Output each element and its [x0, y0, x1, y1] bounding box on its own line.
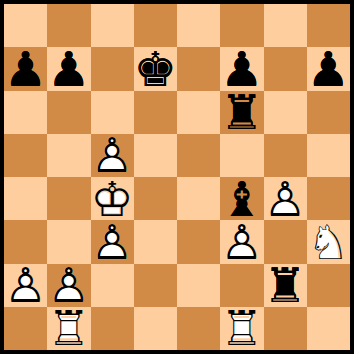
black-pawn-fill-glyph: ♟: [47, 47, 90, 90]
board-frame: ♟♟♟♟♚♚♟♟♟♟♜♜♟♙♚♔♝♝♟♙♟♙♟♙♞♘♟♙♟♙♜♜♜♖♜♖: [0, 0, 354, 354]
square-g3[interactable]: [264, 220, 307, 263]
black-king-fill-glyph: ♚: [134, 47, 177, 90]
white-pawn-outline-glyph: ♙: [91, 220, 134, 263]
square-h3[interactable]: ♞♘: [307, 220, 350, 263]
black-rook-fill-glyph: ♜: [220, 91, 263, 134]
square-h4[interactable]: [307, 177, 350, 220]
square-f8[interactable]: [220, 4, 263, 47]
square-g5[interactable]: [264, 134, 307, 177]
square-a3[interactable]: [4, 220, 47, 263]
square-e4[interactable]: [177, 177, 220, 220]
square-a6[interactable]: [4, 91, 47, 134]
square-c4[interactable]: ♚♔: [91, 177, 134, 220]
black-bishop-outline-glyph: ♝: [220, 177, 263, 220]
square-f4[interactable]: ♝♝: [220, 177, 263, 220]
white-king-outline-glyph: ♔: [91, 177, 134, 220]
white-pawn[interactable]: ♟♙: [91, 134, 134, 177]
square-b3[interactable]: [47, 220, 90, 263]
square-e6[interactable]: [177, 91, 220, 134]
black-rook-outline-glyph: ♜: [220, 91, 263, 134]
black-pawn[interactable]: ♟♟: [4, 47, 47, 90]
square-h8[interactable]: [307, 4, 350, 47]
white-pawn[interactable]: ♟♙: [264, 177, 307, 220]
black-pawn-fill-glyph: ♟: [220, 47, 263, 90]
square-d6[interactable]: [134, 91, 177, 134]
black-pawn-fill-glyph: ♟: [4, 47, 47, 90]
square-a2[interactable]: ♟♙: [4, 264, 47, 307]
black-pawn[interactable]: ♟♟: [220, 47, 263, 90]
white-pawn-fill-glyph: ♟: [91, 134, 134, 177]
square-e3[interactable]: [177, 220, 220, 263]
white-pawn[interactable]: ♟♙: [47, 264, 90, 307]
square-g1[interactable]: [264, 307, 307, 350]
white-pawn-fill-glyph: ♟: [47, 264, 90, 307]
black-king[interactable]: ♚♚: [134, 47, 177, 90]
black-rook-outline-glyph: ♜: [264, 264, 307, 307]
square-c5[interactable]: ♟♙: [91, 134, 134, 177]
white-rook-fill-glyph: ♜: [47, 307, 90, 350]
white-rook-outline-glyph: ♖: [47, 307, 90, 350]
square-a5[interactable]: [4, 134, 47, 177]
square-c3[interactable]: ♟♙: [91, 220, 134, 263]
white-pawn-outline-glyph: ♙: [264, 177, 307, 220]
square-e8[interactable]: [177, 4, 220, 47]
square-a4[interactable]: [4, 177, 47, 220]
square-h1[interactable]: [307, 307, 350, 350]
black-rook[interactable]: ♜♜: [264, 264, 307, 307]
white-pawn-fill-glyph: ♟: [220, 220, 263, 263]
square-e1[interactable]: [177, 307, 220, 350]
square-g8[interactable]: [264, 4, 307, 47]
white-king[interactable]: ♚♔: [91, 177, 134, 220]
square-c7[interactable]: [91, 47, 134, 90]
square-a1[interactable]: [4, 307, 47, 350]
white-pawn-fill-glyph: ♟: [264, 177, 307, 220]
black-pawn-outline-glyph: ♟: [307, 47, 350, 90]
square-c1[interactable]: [91, 307, 134, 350]
white-pawn-fill-glyph: ♟: [91, 220, 134, 263]
square-h6[interactable]: [307, 91, 350, 134]
square-b7[interactable]: ♟♟: [47, 47, 90, 90]
white-pawn[interactable]: ♟♙: [4, 264, 47, 307]
black-bishop[interactable]: ♝♝: [220, 177, 263, 220]
black-bishop-fill-glyph: ♝: [220, 177, 263, 220]
square-g2[interactable]: ♜♜: [264, 264, 307, 307]
white-pawn-fill-glyph: ♟: [4, 264, 47, 307]
white-pawn-outline-glyph: ♙: [47, 264, 90, 307]
square-d8[interactable]: [134, 4, 177, 47]
black-rook[interactable]: ♜♜: [220, 91, 263, 134]
square-a7[interactable]: ♟♟: [4, 47, 47, 90]
square-e5[interactable]: [177, 134, 220, 177]
square-e7[interactable]: [177, 47, 220, 90]
square-d1[interactable]: [134, 307, 177, 350]
square-g6[interactable]: [264, 91, 307, 134]
square-d4[interactable]: [134, 177, 177, 220]
white-pawn-outline-glyph: ♙: [4, 264, 47, 307]
square-d2[interactable]: [134, 264, 177, 307]
white-rook-fill-glyph: ♜: [220, 307, 263, 350]
square-f3[interactable]: ♟♙: [220, 220, 263, 263]
white-rook-outline-glyph: ♖: [220, 307, 263, 350]
square-h5[interactable]: [307, 134, 350, 177]
black-rook-fill-glyph: ♜: [264, 264, 307, 307]
white-knight-fill-glyph: ♞: [307, 220, 350, 263]
square-b2[interactable]: ♟♙: [47, 264, 90, 307]
square-d7[interactable]: ♚♚: [134, 47, 177, 90]
square-h2[interactable]: [307, 264, 350, 307]
white-rook[interactable]: ♜♖: [220, 307, 263, 350]
square-f2[interactable]: [220, 264, 263, 307]
square-f5[interactable]: [220, 134, 263, 177]
square-b8[interactable]: [47, 4, 90, 47]
square-c6[interactable]: [91, 91, 134, 134]
square-b1[interactable]: ♜♖: [47, 307, 90, 350]
chess-board: ♟♟♟♟♚♚♟♟♟♟♜♜♟♙♚♔♝♝♟♙♟♙♟♙♞♘♟♙♟♙♜♜♜♖♜♖: [4, 4, 350, 350]
black-king-outline-glyph: ♚: [134, 47, 177, 90]
black-pawn-fill-glyph: ♟: [307, 47, 350, 90]
white-knight-outline-glyph: ♘: [307, 220, 350, 263]
square-d3[interactable]: [134, 220, 177, 263]
square-b4[interactable]: [47, 177, 90, 220]
white-pawn-outline-glyph: ♙: [91, 134, 134, 177]
square-h7[interactable]: ♟♟: [307, 47, 350, 90]
white-king-fill-glyph: ♚: [91, 177, 134, 220]
white-knight[interactable]: ♞♘: [307, 220, 350, 263]
black-pawn[interactable]: ♟♟: [307, 47, 350, 90]
square-e2[interactable]: [177, 264, 220, 307]
black-pawn[interactable]: ♟♟: [47, 47, 90, 90]
white-pawn-outline-glyph: ♙: [220, 220, 263, 263]
square-d5[interactable]: [134, 134, 177, 177]
black-pawn-outline-glyph: ♟: [47, 47, 90, 90]
square-f1[interactable]: ♜♖: [220, 307, 263, 350]
square-g7[interactable]: [264, 47, 307, 90]
black-pawn-outline-glyph: ♟: [4, 47, 47, 90]
black-pawn-outline-glyph: ♟: [220, 47, 263, 90]
square-f7[interactable]: ♟♟: [220, 47, 263, 90]
square-g4[interactable]: ♟♙: [264, 177, 307, 220]
square-b6[interactable]: [47, 91, 90, 134]
white-pawn[interactable]: ♟♙: [91, 220, 134, 263]
square-f6[interactable]: ♜♜: [220, 91, 263, 134]
white-pawn[interactable]: ♟♙: [220, 220, 263, 263]
white-rook[interactable]: ♜♖: [47, 307, 90, 350]
square-c2[interactable]: [91, 264, 134, 307]
square-b5[interactable]: [47, 134, 90, 177]
square-c8[interactable]: [91, 4, 134, 47]
square-a8[interactable]: [4, 4, 47, 47]
